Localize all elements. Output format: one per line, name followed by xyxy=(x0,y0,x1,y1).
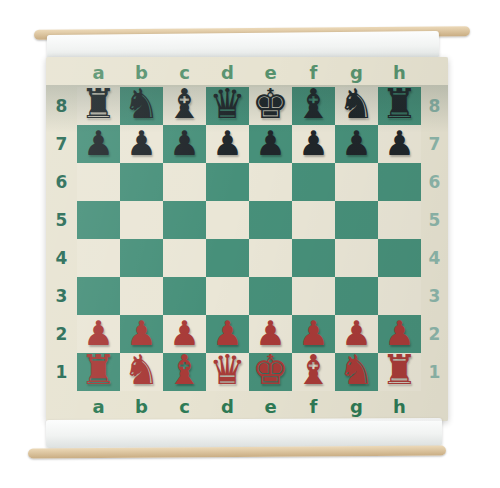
file-label-bottom-h: h xyxy=(378,391,421,421)
square-a3[interactable] xyxy=(77,277,120,315)
piece-red-bishop: ♝ xyxy=(295,350,332,391)
square-f5[interactable] xyxy=(292,201,335,239)
square-f3[interactable] xyxy=(292,277,335,315)
piece-black-pawn: ♟ xyxy=(298,126,328,160)
rank-label-left-5: 5 xyxy=(46,201,77,239)
square-c1[interactable]: ♝ xyxy=(163,353,206,391)
square-b4[interactable] xyxy=(120,239,163,277)
piece-red-knight: ♞ xyxy=(338,350,375,391)
piece-black-queen: ♛ xyxy=(209,84,246,125)
square-d8[interactable]: ♛ xyxy=(206,87,249,125)
square-e5[interactable] xyxy=(249,201,292,239)
square-h8[interactable]: ♜ xyxy=(378,87,421,125)
piece-red-pawn: ♟ xyxy=(83,316,113,350)
piece-black-knight: ♞ xyxy=(338,84,375,125)
square-a4[interactable] xyxy=(77,239,120,277)
square-g1[interactable]: ♞ xyxy=(335,353,378,391)
bottom-weight-dowel xyxy=(28,446,446,459)
square-e4[interactable] xyxy=(249,239,292,277)
square-b1[interactable]: ♞ xyxy=(120,353,163,391)
piece-black-pawn: ♟ xyxy=(341,126,371,160)
square-c6[interactable] xyxy=(163,163,206,201)
square-c7[interactable]: ♟ xyxy=(163,125,206,163)
square-a5[interactable] xyxy=(77,201,120,239)
square-d1[interactable]: ♛ xyxy=(206,353,249,391)
piece-red-bishop: ♝ xyxy=(166,350,203,391)
rank-labels-left: 87654321 xyxy=(46,87,77,391)
piece-red-pawn: ♟ xyxy=(255,316,285,350)
square-f6[interactable] xyxy=(292,163,335,201)
piece-black-pawn: ♟ xyxy=(212,126,242,160)
square-f8[interactable]: ♝ xyxy=(292,87,335,125)
square-e3[interactable] xyxy=(249,277,292,315)
rank-label-left-8: 8 xyxy=(46,87,77,125)
square-c4[interactable] xyxy=(163,239,206,277)
piece-red-pawn: ♟ xyxy=(169,316,199,350)
file-label-bottom-e: e xyxy=(249,391,292,421)
chess-board-banner: abcdefgh 87654321 ♜♞♝♛♚♝♞♜♟♟♟♟♟♟♟♟♟♟♟♟♟♟… xyxy=(46,57,448,421)
piece-black-pawn: ♟ xyxy=(255,126,285,160)
file-label-bottom-b: b xyxy=(120,391,163,421)
square-e7[interactable]: ♟ xyxy=(249,125,292,163)
square-d4[interactable] xyxy=(206,239,249,277)
piece-red-pawn: ♟ xyxy=(212,316,242,350)
square-a6[interactable] xyxy=(77,163,120,201)
rank-label-right-8: 8 xyxy=(421,87,448,125)
square-c5[interactable] xyxy=(163,201,206,239)
square-a7[interactable]: ♟ xyxy=(77,125,120,163)
piece-red-pawn: ♟ xyxy=(341,316,371,350)
rank-label-right-1: 1 xyxy=(421,353,448,391)
square-c8[interactable]: ♝ xyxy=(163,87,206,125)
square-h1[interactable]: ♜ xyxy=(378,353,421,391)
square-f1[interactable]: ♝ xyxy=(292,353,335,391)
file-label-bottom-c: c xyxy=(163,391,206,421)
rank-label-left-2: 2 xyxy=(46,315,77,353)
piece-black-knight: ♞ xyxy=(123,84,160,125)
square-b6[interactable] xyxy=(120,163,163,201)
square-b3[interactable] xyxy=(120,277,163,315)
square-d7[interactable]: ♟ xyxy=(206,125,249,163)
square-b5[interactable] xyxy=(120,201,163,239)
piece-red-queen: ♛ xyxy=(209,350,246,391)
square-g7[interactable]: ♟ xyxy=(335,125,378,163)
piece-black-pawn: ♟ xyxy=(384,126,414,160)
piece-red-pawn: ♟ xyxy=(126,316,156,350)
rank-label-left-6: 6 xyxy=(46,163,77,201)
rank-label-right-6: 6 xyxy=(421,163,448,201)
rank-label-left-4: 4 xyxy=(46,239,77,277)
square-h4[interactable] xyxy=(378,239,421,277)
square-f4[interactable] xyxy=(292,239,335,277)
square-f7[interactable]: ♟ xyxy=(292,125,335,163)
square-d3[interactable] xyxy=(206,277,249,315)
square-d6[interactable] xyxy=(206,163,249,201)
square-b7[interactable]: ♟ xyxy=(120,125,163,163)
piece-black-pawn: ♟ xyxy=(169,126,199,160)
rank-label-left-3: 3 xyxy=(46,277,77,315)
square-g5[interactable] xyxy=(335,201,378,239)
piece-black-pawn: ♟ xyxy=(83,126,113,160)
square-a1[interactable]: ♜ xyxy=(77,353,120,391)
chess-board: ♜♞♝♛♚♝♞♜♟♟♟♟♟♟♟♟♟♟♟♟♟♟♟♟♜♞♝♛♚♝♞♜ xyxy=(77,87,421,391)
rank-label-right-3: 3 xyxy=(421,277,448,315)
demo-chess-board-photo: abcdefgh 87654321 ♜♞♝♛♚♝♞♜♟♟♟♟♟♟♟♟♟♟♟♟♟♟… xyxy=(0,0,500,488)
square-e6[interactable] xyxy=(249,163,292,201)
bottom-banner-sleeve xyxy=(46,418,442,448)
piece-red-pawn: ♟ xyxy=(298,316,328,350)
piece-red-king: ♚ xyxy=(252,350,289,391)
square-h6[interactable] xyxy=(378,163,421,201)
file-labels-bottom: abcdefgh xyxy=(77,391,421,421)
file-label-bottom-g: g xyxy=(335,391,378,421)
square-h7[interactable]: ♟ xyxy=(378,125,421,163)
piece-black-rook: ♜ xyxy=(381,84,418,125)
rank-labels-right: 87654321 xyxy=(421,87,448,391)
rank-label-right-7: 7 xyxy=(421,125,448,163)
piece-black-king: ♚ xyxy=(252,84,289,125)
square-b8[interactable]: ♞ xyxy=(120,87,163,125)
square-h5[interactable] xyxy=(378,201,421,239)
square-d5[interactable] xyxy=(206,201,249,239)
file-label-bottom-f: f xyxy=(292,391,335,421)
rank-label-left-1: 1 xyxy=(46,353,77,391)
piece-red-knight: ♞ xyxy=(123,350,160,391)
square-h3[interactable] xyxy=(378,277,421,315)
square-a8[interactable]: ♜ xyxy=(77,87,120,125)
rank-label-right-2: 2 xyxy=(421,315,448,353)
piece-black-bishop: ♝ xyxy=(295,84,332,125)
piece-red-rook: ♜ xyxy=(80,350,117,391)
piece-red-rook: ♜ xyxy=(381,350,418,391)
square-g3[interactable] xyxy=(335,277,378,315)
piece-black-pawn: ♟ xyxy=(126,126,156,160)
piece-red-pawn: ♟ xyxy=(384,316,414,350)
rank-label-left-7: 7 xyxy=(46,125,77,163)
file-label-bottom-d: d xyxy=(206,391,249,421)
rank-label-right-5: 5 xyxy=(421,201,448,239)
square-e1[interactable]: ♚ xyxy=(249,353,292,391)
square-g8[interactable]: ♞ xyxy=(335,87,378,125)
piece-black-rook: ♜ xyxy=(80,84,117,125)
piece-black-bishop: ♝ xyxy=(166,84,203,125)
square-e8[interactable]: ♚ xyxy=(249,87,292,125)
rank-label-right-4: 4 xyxy=(421,239,448,277)
square-g6[interactable] xyxy=(335,163,378,201)
square-g4[interactable] xyxy=(335,239,378,277)
file-label-bottom-a: a xyxy=(77,391,120,421)
square-c3[interactable] xyxy=(163,277,206,315)
